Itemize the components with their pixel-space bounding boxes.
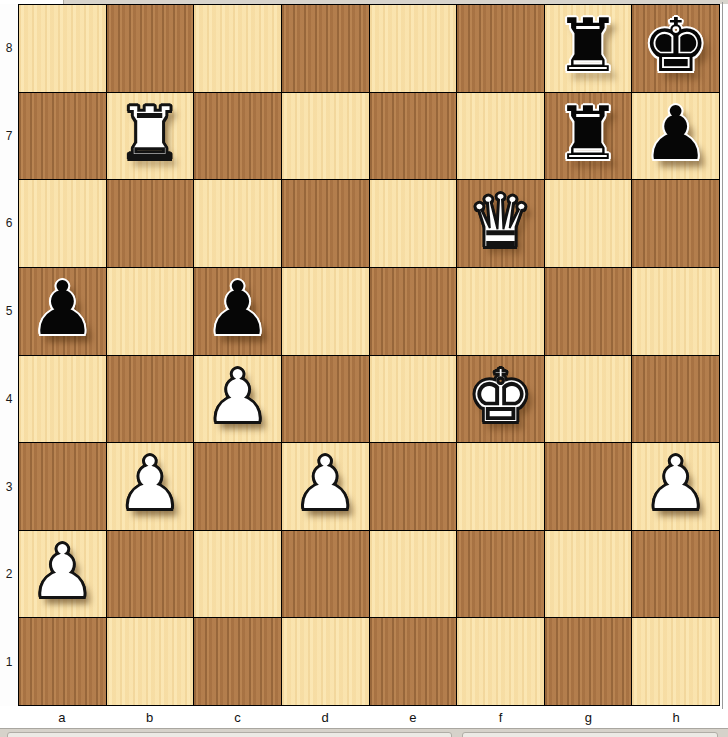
rank-label-3: 3 xyxy=(0,443,18,531)
square-a8[interactable] xyxy=(19,5,106,92)
file-label-c: c xyxy=(194,706,282,728)
square-f1[interactable] xyxy=(457,618,544,705)
piece-white-queen[interactable]: ♛ xyxy=(467,184,533,258)
file-label-h: h xyxy=(632,706,720,728)
square-f3[interactable] xyxy=(457,443,544,530)
square-d1[interactable] xyxy=(282,618,369,705)
file-label-b: b xyxy=(106,706,194,728)
square-b6[interactable] xyxy=(107,180,194,267)
square-h6[interactable] xyxy=(632,180,719,267)
square-g3[interactable] xyxy=(545,443,632,530)
file-labels-row: abcdefgh xyxy=(0,706,728,729)
rank-label-1: 1 xyxy=(0,618,18,706)
square-c2[interactable] xyxy=(194,531,281,618)
square-e6[interactable] xyxy=(370,180,457,267)
piece-black-king[interactable]: ♚ xyxy=(643,8,709,82)
chess-app-window: 87654321 ♜♚♜♜♟♛♟♟♟♚♟♟♟♟ abcdefgh xyxy=(0,0,728,737)
square-b7[interactable]: ♜ xyxy=(107,93,194,180)
square-g1[interactable] xyxy=(545,618,632,705)
bottom-panel-left xyxy=(7,732,452,737)
piece-black-rook[interactable]: ♜ xyxy=(555,96,621,170)
piece-black-rook[interactable]: ♜ xyxy=(555,8,621,82)
square-a4[interactable] xyxy=(19,356,106,443)
file-label-g: g xyxy=(545,706,633,728)
chessboard: ♜♚♜♜♟♛♟♟♟♚♟♟♟♟ xyxy=(18,4,720,706)
square-a1[interactable] xyxy=(19,618,106,705)
square-e8[interactable] xyxy=(370,5,457,92)
square-f8[interactable] xyxy=(457,5,544,92)
square-c8[interactable] xyxy=(194,5,281,92)
rank-labels-column: 87654321 xyxy=(0,4,18,706)
piece-white-pawn[interactable]: ♟ xyxy=(204,359,270,433)
file-label-f: f xyxy=(457,706,545,728)
square-g5[interactable] xyxy=(545,268,632,355)
square-h8[interactable]: ♚ xyxy=(632,5,719,92)
square-e2[interactable] xyxy=(370,531,457,618)
square-d2[interactable] xyxy=(282,531,369,618)
square-c4[interactable]: ♟ xyxy=(194,356,281,443)
piece-white-pawn[interactable]: ♟ xyxy=(117,446,183,520)
square-a3[interactable] xyxy=(19,443,106,530)
square-e1[interactable] xyxy=(370,618,457,705)
square-a7[interactable] xyxy=(19,93,106,180)
file-row-right-spacer xyxy=(720,706,728,728)
square-e3[interactable] xyxy=(370,443,457,530)
rank-label-6: 6 xyxy=(0,180,18,268)
square-b8[interactable] xyxy=(107,5,194,92)
square-c7[interactable] xyxy=(194,93,281,180)
piece-black-pawn[interactable]: ♟ xyxy=(204,271,270,345)
piece-white-pawn[interactable]: ♟ xyxy=(292,446,358,520)
square-g8[interactable]: ♜ xyxy=(545,5,632,92)
square-a2[interactable]: ♟ xyxy=(19,531,106,618)
square-b3[interactable]: ♟ xyxy=(107,443,194,530)
toolbar-bottom-edge xyxy=(63,0,728,4)
square-h5[interactable] xyxy=(632,268,719,355)
square-g4[interactable] xyxy=(545,356,632,443)
file-row-left-spacer xyxy=(0,706,18,728)
square-e4[interactable] xyxy=(370,356,457,443)
square-d3[interactable]: ♟ xyxy=(282,443,369,530)
square-g2[interactable] xyxy=(545,531,632,618)
square-h2[interactable] xyxy=(632,531,719,618)
square-d6[interactable] xyxy=(282,180,369,267)
square-g6[interactable] xyxy=(545,180,632,267)
square-b4[interactable] xyxy=(107,356,194,443)
square-b1[interactable] xyxy=(107,618,194,705)
square-c3[interactable] xyxy=(194,443,281,530)
file-label-a: a xyxy=(18,706,106,728)
square-a5[interactable]: ♟ xyxy=(19,268,106,355)
square-f5[interactable] xyxy=(457,268,544,355)
piece-black-pawn[interactable]: ♟ xyxy=(643,96,709,170)
square-f7[interactable] xyxy=(457,93,544,180)
rank-label-2: 2 xyxy=(0,531,18,619)
piece-white-king[interactable]: ♚ xyxy=(467,359,533,433)
square-a6[interactable] xyxy=(19,180,106,267)
square-c6[interactable] xyxy=(194,180,281,267)
square-h1[interactable] xyxy=(632,618,719,705)
square-h7[interactable]: ♟ xyxy=(632,93,719,180)
square-d5[interactable] xyxy=(282,268,369,355)
square-c5[interactable]: ♟ xyxy=(194,268,281,355)
square-g7[interactable]: ♜ xyxy=(545,93,632,180)
square-f6[interactable]: ♛ xyxy=(457,180,544,267)
bottom-chrome xyxy=(0,729,728,737)
square-d8[interactable] xyxy=(282,5,369,92)
square-f4[interactable]: ♚ xyxy=(457,356,544,443)
square-d4[interactable] xyxy=(282,356,369,443)
piece-black-pawn[interactable]: ♟ xyxy=(29,271,95,345)
square-d7[interactable] xyxy=(282,93,369,180)
piece-white-pawn[interactable]: ♟ xyxy=(643,446,709,520)
rank-label-4: 4 xyxy=(0,355,18,443)
square-c1[interactable] xyxy=(194,618,281,705)
square-f2[interactable] xyxy=(457,531,544,618)
rank-label-8: 8 xyxy=(0,4,18,92)
rank-label-7: 7 xyxy=(0,92,18,180)
piece-white-pawn[interactable]: ♟ xyxy=(29,534,95,608)
bottom-panel-right xyxy=(462,732,718,737)
square-h4[interactable] xyxy=(632,356,719,443)
square-h3[interactable]: ♟ xyxy=(632,443,719,530)
top-chrome-edge xyxy=(0,0,728,4)
piece-white-rook[interactable]: ♜ xyxy=(117,96,183,170)
square-b2[interactable] xyxy=(107,531,194,618)
square-e7[interactable] xyxy=(370,93,457,180)
pane-divider[interactable] xyxy=(722,2,723,709)
file-label-e: e xyxy=(369,706,457,728)
square-b5[interactable] xyxy=(107,268,194,355)
rank-label-5: 5 xyxy=(0,267,18,355)
square-e5[interactable] xyxy=(370,268,457,355)
file-label-d: d xyxy=(281,706,369,728)
